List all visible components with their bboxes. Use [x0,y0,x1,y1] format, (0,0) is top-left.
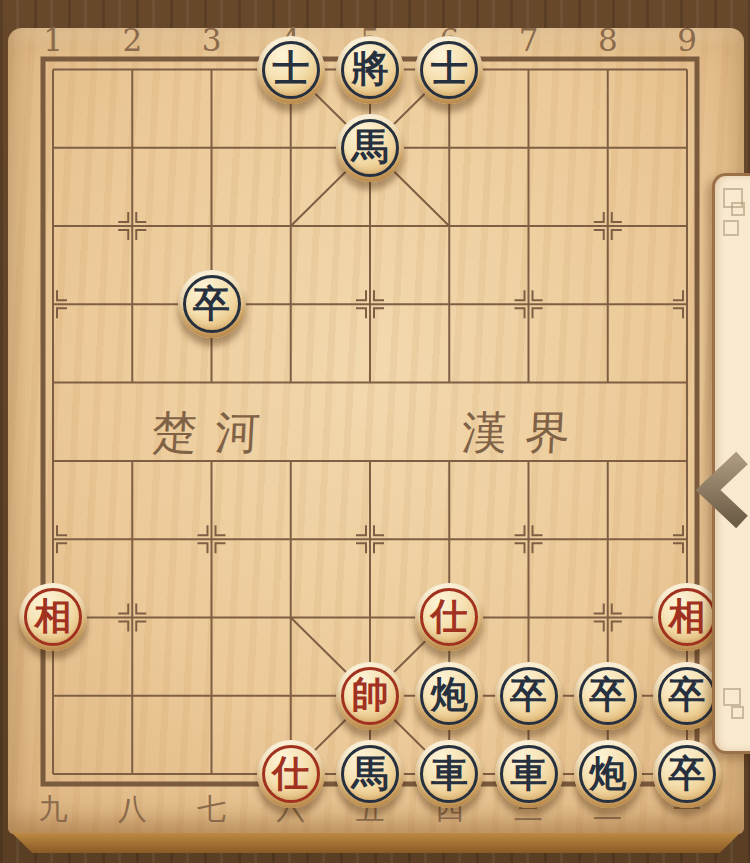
piece-red-general[interactable]: 帥 [336,662,404,730]
piece-ring: 相 [24,588,82,646]
river-text-right: 漢界 [461,408,590,458]
piece-black-soldier[interactable]: 卒 [178,270,246,338]
piece-ring: 士 [420,41,478,99]
piece-black-advisor[interactable]: 士 [257,36,325,104]
piece-black-cannon[interactable]: 炮 [415,662,483,730]
piece-ring: 卒 [658,745,716,803]
panel-corner-ornament [723,220,739,236]
piece-glyph: 炮 [589,755,626,792]
piece-glyph: 帥 [352,676,389,713]
file-label-bottom-3: 七 [190,792,234,826]
piece-glyph: 炮 [431,676,468,713]
piece-ring: 相 [658,588,716,646]
board-bottom-bevel [12,833,740,853]
piece-black-chariot[interactable]: 車 [495,740,563,808]
piece-ring: 帥 [341,667,399,725]
piece-black-soldier[interactable]: 卒 [653,662,721,730]
piece-glyph: 卒 [669,755,706,792]
piece-glyph: 將 [352,50,389,87]
file-label-bottom-1: 九 [31,792,75,826]
piece-glyph: 馬 [352,755,389,792]
file-label-top-1: 1 [31,24,75,56]
piece-black-general[interactable]: 將 [336,36,404,104]
piece-glyph: 車 [510,755,547,792]
piece-glyph: 卒 [669,676,706,713]
piece-ring: 車 [500,745,558,803]
piece-red-advisor[interactable]: 仕 [257,740,325,808]
piece-ring: 仕 [420,588,478,646]
file-label-bottom-2: 八 [110,792,154,826]
piece-black-soldier[interactable]: 卒 [495,662,563,730]
piece-ring: 車 [420,745,478,803]
piece-black-soldier[interactable]: 卒 [653,740,721,808]
piece-black-advisor[interactable]: 士 [415,36,483,104]
file-label-top-2: 2 [110,24,154,56]
file-label-top-7: 7 [507,24,551,56]
piece-ring: 炮 [579,745,637,803]
piece-glyph: 士 [272,50,309,87]
piece-glyph: 馬 [352,128,389,165]
piece-glyph: 士 [431,50,468,87]
piece-ring: 炮 [420,667,478,725]
piece-glyph: 車 [431,755,468,792]
piece-black-cannon[interactable]: 炮 [574,740,642,808]
xiangqi-app: 123456789 九八七六五四三二一 楚河 漢界 士將士馬卒相仕相帥炮卒卒卒仕… [0,0,750,863]
file-label-top-9: 9 [665,24,709,56]
piece-ring: 卒 [183,275,241,333]
piece-ring: 卒 [500,667,558,725]
piece-ring: 卒 [579,667,637,725]
piece-glyph: 卒 [510,676,547,713]
piece-red-elephant[interactable]: 相 [653,583,721,651]
panel-corner-ornament [723,688,741,706]
piece-ring: 將 [341,41,399,99]
piece-glyph: 卒 [193,285,230,322]
piece-ring: 士 [262,41,320,99]
piece-black-horse[interactable]: 馬 [336,740,404,808]
piece-black-horse[interactable]: 馬 [336,114,404,182]
piece-black-chariot[interactable]: 車 [415,740,483,808]
piece-red-elephant[interactable]: 相 [19,583,87,651]
piece-black-soldier[interactable]: 卒 [574,662,642,730]
piece-glyph: 相 [669,598,706,635]
piece-ring: 仕 [262,745,320,803]
file-label-top-8: 8 [586,24,630,56]
file-label-top-3: 3 [190,24,234,56]
river-text-left: 楚河 [151,408,280,458]
piece-ring: 馬 [341,745,399,803]
piece-glyph: 仕 [272,755,309,792]
panel-corner-ornament [731,706,744,719]
panel-corner-ornament [731,202,745,216]
piece-ring: 馬 [341,119,399,177]
panel-collapse-handle chevron-left-icon[interactable] [694,448,750,532]
piece-glyph: 卒 [589,676,626,713]
piece-glyph: 仕 [431,598,468,635]
piece-ring: 卒 [658,667,716,725]
piece-glyph: 相 [35,598,72,635]
